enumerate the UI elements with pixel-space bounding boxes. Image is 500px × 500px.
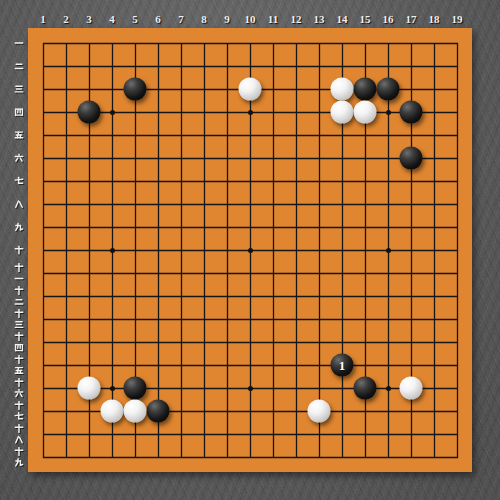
left-coordinate-label bbox=[14, 424, 24, 444]
go-app-window: 12345678910111213141516171819 1 bbox=[0, 0, 500, 500]
left-coordinate-label bbox=[14, 108, 24, 117]
left-coordinate-label bbox=[14, 246, 24, 255]
left-coordinate-label bbox=[14, 309, 24, 329]
stone-white[interactable] bbox=[400, 377, 423, 400]
left-coordinate-label bbox=[14, 39, 24, 48]
top-coordinate-label: 12 bbox=[291, 14, 302, 25]
stone-white[interactable] bbox=[239, 78, 262, 101]
left-coordinate-label bbox=[14, 447, 24, 467]
top-coordinate-label: 14 bbox=[337, 14, 348, 25]
left-coordinate-label bbox=[14, 131, 24, 140]
left-coordinate-label bbox=[14, 286, 24, 306]
left-coordinate-label bbox=[14, 401, 24, 421]
stone-white[interactable] bbox=[308, 400, 331, 423]
left-coordinate-label bbox=[14, 378, 24, 398]
stone-black[interactable] bbox=[354, 377, 377, 400]
top-coordinate-label: 16 bbox=[383, 14, 394, 25]
top-coordinate-label: 19 bbox=[452, 14, 463, 25]
top-coordinate-label: 4 bbox=[109, 14, 115, 25]
left-coordinate-label bbox=[14, 223, 24, 232]
left-coordinate-label bbox=[14, 355, 24, 375]
top-coordinate-label: 1 bbox=[40, 14, 46, 25]
stone-black[interactable] bbox=[400, 101, 423, 124]
top-coordinate-label: 5 bbox=[132, 14, 138, 25]
left-coordinate-label bbox=[14, 200, 24, 209]
stone-white[interactable] bbox=[331, 78, 354, 101]
top-coordinate-label: 9 bbox=[224, 14, 230, 25]
left-coordinate-label bbox=[14, 85, 24, 94]
top-coordinate-label: 18 bbox=[429, 14, 440, 25]
top-coordinate-label: 8 bbox=[201, 14, 207, 25]
stone-white[interactable] bbox=[101, 400, 124, 423]
top-coordinate-label: 10 bbox=[245, 14, 256, 25]
top-coordinate-label: 6 bbox=[155, 14, 161, 25]
move-number-label: 1 bbox=[331, 354, 354, 377]
stone-black[interactable]: 1 bbox=[331, 354, 354, 377]
stone-black[interactable] bbox=[354, 78, 377, 101]
top-coordinate-label: 13 bbox=[314, 14, 325, 25]
stone-black[interactable] bbox=[124, 377, 147, 400]
left-coordinate-label bbox=[14, 62, 24, 71]
stone-white[interactable] bbox=[124, 400, 147, 423]
left-coordinate-label bbox=[14, 154, 24, 163]
top-coordinate-label: 2 bbox=[63, 14, 69, 25]
top-coordinate-label: 17 bbox=[406, 14, 417, 25]
left-coordinate-label bbox=[14, 263, 24, 283]
stone-black[interactable] bbox=[78, 101, 101, 124]
left-coordinate-label bbox=[14, 177, 24, 186]
left-coordinate-label bbox=[14, 332, 24, 352]
stone-white[interactable] bbox=[354, 101, 377, 124]
top-coordinate-label: 11 bbox=[268, 14, 278, 25]
top-coordinate-label: 3 bbox=[86, 14, 92, 25]
stone-black[interactable] bbox=[377, 78, 400, 101]
stone-black[interactable] bbox=[400, 147, 423, 170]
stone-white[interactable] bbox=[78, 377, 101, 400]
top-coordinate-label: 7 bbox=[178, 14, 184, 25]
top-coordinate-label: 15 bbox=[360, 14, 371, 25]
stone-black[interactable] bbox=[124, 78, 147, 101]
stone-black[interactable] bbox=[147, 400, 170, 423]
stone-white[interactable] bbox=[331, 101, 354, 124]
